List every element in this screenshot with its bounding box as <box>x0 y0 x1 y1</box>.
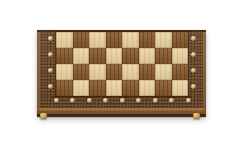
square-r2c3 <box>89 48 106 64</box>
stud-bottom-7 <box>153 98 158 103</box>
square-r1c2 <box>73 32 90 48</box>
chess-board <box>56 32 188 96</box>
stud-left-3 <box>48 68 53 73</box>
square-r4c3 <box>89 80 106 96</box>
product-photo <box>0 0 240 150</box>
stud-bottom-9 <box>186 98 191 103</box>
square-r4c1 <box>56 80 73 96</box>
square-r2c6 <box>139 48 156 64</box>
square-r3c5 <box>122 64 139 80</box>
square-r2c2 <box>73 48 90 64</box>
square-r3c6 <box>139 64 156 80</box>
box-bottom-edge <box>37 114 206 117</box>
stud-right-3 <box>191 68 196 73</box>
square-r2c4 <box>106 48 123 64</box>
square-r1c5 <box>122 32 139 48</box>
brass-foot-left <box>40 113 47 119</box>
square-r1c3 <box>89 32 106 48</box>
stud-right-4 <box>191 84 196 89</box>
square-r4c6 <box>139 80 156 96</box>
square-r3c8 <box>172 64 189 80</box>
stud-bottom-2 <box>70 98 75 103</box>
stud-bottom-6 <box>136 98 141 103</box>
stud-bottom-5 <box>120 98 125 103</box>
square-r4c2 <box>73 80 90 96</box>
square-r1c1 <box>56 32 73 48</box>
square-r1c6 <box>139 32 156 48</box>
square-r1c8 <box>172 32 189 48</box>
stud-right-2 <box>191 52 196 57</box>
brass-foot-right <box>193 113 200 119</box>
stud-left-2 <box>48 52 53 57</box>
stud-bottom-1 <box>54 98 59 103</box>
square-r1c4 <box>106 32 123 48</box>
folding-chess-box <box>37 30 206 117</box>
square-r3c1 <box>56 64 73 80</box>
square-r3c7 <box>155 64 172 80</box>
square-r3c2 <box>73 64 90 80</box>
square-r1c7 <box>155 32 172 48</box>
square-r4c5 <box>122 80 139 96</box>
stud-bottom-3 <box>87 98 92 103</box>
frame-rim-left <box>37 30 40 117</box>
stud-left-4 <box>48 84 53 89</box>
stud-bottom-4 <box>103 98 108 103</box>
square-r3c3 <box>89 64 106 80</box>
frame-rim-right <box>203 30 206 117</box>
square-r2c5 <box>122 48 139 64</box>
stud-left-1 <box>48 36 53 41</box>
square-r2c7 <box>155 48 172 64</box>
square-r2c1 <box>56 48 73 64</box>
square-r2c8 <box>172 48 189 64</box>
square-r3c4 <box>106 64 123 80</box>
stud-right-1 <box>191 36 196 41</box>
square-r4c4 <box>106 80 123 96</box>
square-r4c8 <box>172 80 189 96</box>
stud-bottom-8 <box>169 98 174 103</box>
square-r4c7 <box>155 80 172 96</box>
